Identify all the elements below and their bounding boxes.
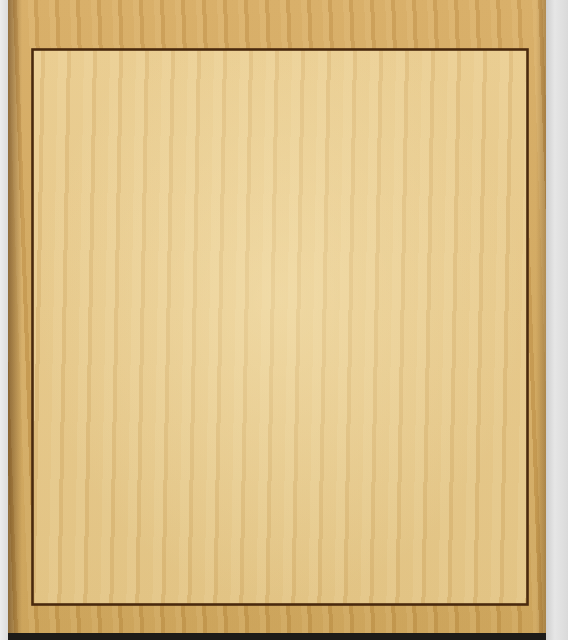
screenshot-root: { "game": "xiangqi", "position": { "fen"… xyxy=(0,0,568,640)
left-gutter xyxy=(0,0,8,640)
pieces-layer xyxy=(10,27,550,627)
bottom-black-bar xyxy=(8,633,546,640)
